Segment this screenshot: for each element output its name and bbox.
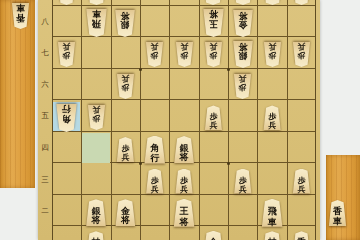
piece-kanji: 歩兵 <box>115 137 136 164</box>
shogi-piece-銀将[interactable]: 銀将 <box>113 10 137 37</box>
piece-kanji: 歩兵 <box>262 41 283 68</box>
shogi-piece-銀将[interactable]: 銀将 <box>84 199 108 226</box>
piece-kanji: 香車 <box>291 0 312 5</box>
shogi-piece-歩兵[interactable]: 歩兵 <box>262 42 283 67</box>
piece-kanji: 王将 <box>172 199 197 229</box>
shogi-board[interactable]: 一二三四五六七八九香車桂馬金将銀将桂馬香車飛車銀将玉将金将歩兵歩兵歩兵歩兵銀将歩… <box>38 0 320 240</box>
shogi-piece-王将[interactable]: 王将 <box>172 199 197 227</box>
piece-kanji: 銀将 <box>231 0 255 5</box>
piece-kanji: 桂馬 <box>85 0 108 5</box>
piece-kanji: 歩兵 <box>262 105 283 132</box>
star-point <box>227 162 230 165</box>
komadai-gote-captured-stand[interactable]: 香車 <box>326 155 360 240</box>
piece-kanji: 桂馬 <box>261 231 284 240</box>
piece-kanji: 歩兵 <box>174 169 195 196</box>
shogi-piece-角行[interactable]: 角行 <box>142 136 167 164</box>
shogi-piece-歩兵[interactable]: 歩兵 <box>56 42 77 67</box>
piece-kanji: 歩兵 <box>203 41 224 68</box>
shogi-piece-歩兵[interactable]: 歩兵 <box>86 105 107 130</box>
piece-kanji: 歩兵 <box>144 41 165 68</box>
origin-square-green[interactable] <box>82 133 109 163</box>
piece-kanji: 歩兵 <box>174 41 195 68</box>
piece-kanji: 香車 <box>291 231 312 240</box>
star-point <box>139 68 142 71</box>
piece-kanji: 銀将 <box>231 40 255 69</box>
shogi-piece-玉将[interactable]: 玉将 <box>201 9 226 37</box>
piece-kanji: 飛車 <box>260 199 285 229</box>
shogi-piece-香車[interactable]: 香車 <box>56 0 77 5</box>
piece-kanji: 歩兵 <box>232 169 253 196</box>
rank-label-二: 二 <box>38 206 52 216</box>
star-point <box>139 162 142 165</box>
shogi-piece-歩兵[interactable]: 歩兵 <box>144 169 165 194</box>
piece-kanji: 歩兵 <box>115 72 136 99</box>
shogi-piece-金将[interactable]: 金将 <box>201 0 225 5</box>
rank-label-七: 七 <box>38 48 52 58</box>
shogi-piece-銀将[interactable]: 銀将 <box>172 136 196 163</box>
shogi-piece-銀将[interactable]: 銀将 <box>231 41 255 68</box>
piece-kanji: 角行 <box>54 102 79 132</box>
rank-label-四: 四 <box>38 143 52 153</box>
star-point <box>227 68 230 71</box>
rank-label-三: 三 <box>38 175 52 185</box>
shogi-piece-歩兵[interactable]: 歩兵 <box>232 74 253 99</box>
piece-kanji: 香車 <box>56 0 77 5</box>
shogi-piece-飛車[interactable]: 飛車 <box>84 9 109 37</box>
piece-kanji: 銀将 <box>84 199 108 228</box>
shogi-piece-金将[interactable]: 金将 <box>201 231 225 240</box>
piece-kanji: 飛車 <box>84 8 109 38</box>
shogi-piece-銀将[interactable]: 銀将 <box>231 0 255 5</box>
shogi-piece-香車[interactable]: 香車 <box>291 231 312 240</box>
shogi-piece-歩兵[interactable]: 歩兵 <box>203 42 224 67</box>
shogi-piece-歩兵[interactable]: 歩兵 <box>232 169 253 194</box>
shogi-piece-桂馬[interactable]: 桂馬 <box>261 231 284 240</box>
piece-kanji: 金将 <box>113 199 137 228</box>
shogi-piece-桂馬[interactable]: 桂馬 <box>85 231 108 240</box>
shogi-piece-桂馬[interactable]: 桂馬 <box>261 0 284 5</box>
shogi-piece-香車[interactable]: 香車 <box>327 200 348 226</box>
piece-kanji: 歩兵 <box>203 105 224 132</box>
shogi-piece-歩兵[interactable]: 歩兵 <box>115 137 136 162</box>
shogi-piece-歩兵[interactable]: 歩兵 <box>262 105 283 130</box>
shogi-piece-金将[interactable]: 金将 <box>113 199 137 226</box>
piece-kanji: 歩兵 <box>291 41 312 68</box>
shogi-piece-歩兵[interactable]: 歩兵 <box>174 169 195 194</box>
piece-kanji: 金将 <box>201 0 225 5</box>
piece-kanji: 金将 <box>231 8 255 37</box>
piece-kanji: 香車 <box>327 200 348 228</box>
piece-kanji: 歩兵 <box>232 72 253 99</box>
shogi-piece-歩兵[interactable]: 歩兵 <box>115 74 136 99</box>
shogi-piece-歩兵[interactable]: 歩兵 <box>291 42 312 67</box>
piece-kanji: 歩兵 <box>144 169 165 196</box>
shogi-piece-歩兵[interactable]: 歩兵 <box>291 169 312 194</box>
shogi-piece-歩兵[interactable]: 歩兵 <box>174 42 195 67</box>
shogi-piece-歩兵[interactable]: 歩兵 <box>203 105 224 130</box>
shogi-piece-桂馬[interactable]: 桂馬 <box>85 0 108 5</box>
piece-kanji: 金将 <box>201 231 225 240</box>
shogi-piece-金将[interactable]: 金将 <box>231 10 255 37</box>
shogi-piece-歩兵[interactable]: 歩兵 <box>144 42 165 67</box>
piece-kanji: 銀将 <box>113 8 137 37</box>
shogi-piece-香車[interactable]: 香車 <box>10 3 31 29</box>
piece-kanji: 歩兵 <box>291 169 312 196</box>
piece-kanji: 玉将 <box>201 8 226 38</box>
rank-label-八: 八 <box>38 17 52 27</box>
shogi-piece-香車[interactable]: 香車 <box>291 0 312 5</box>
piece-kanji: 銀将 <box>172 136 196 165</box>
rank-label-六: 六 <box>38 80 52 90</box>
komadai-sente-captured-stand[interactable]: 香車 <box>0 0 35 188</box>
piece-kanji: 歩兵 <box>86 104 107 131</box>
piece-kanji: 角行 <box>142 136 167 166</box>
shogi-piece-飛車[interactable]: 飛車 <box>260 199 285 227</box>
piece-kanji: 香車 <box>10 2 31 30</box>
piece-kanji: 歩兵 <box>56 41 77 68</box>
rank-label-五: 五 <box>38 111 52 121</box>
shogi-piece-角行[interactable]: 角行 <box>54 104 79 132</box>
piece-kanji: 桂馬 <box>261 0 284 5</box>
piece-kanji: 桂馬 <box>85 231 108 240</box>
shogi-app-screen: 香車 香車 一二三四五六七八九香車桂馬金将銀将桂馬香車飛車銀将玉将金将歩兵歩兵歩… <box>0 0 360 240</box>
